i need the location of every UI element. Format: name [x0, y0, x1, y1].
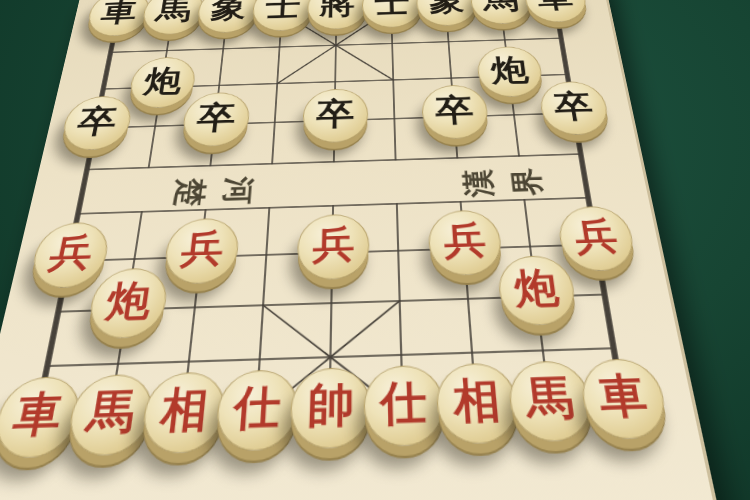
piece-character: 卒: [316, 98, 355, 130]
piece-character: 馬: [154, 0, 193, 24]
piece-character: 卒: [552, 90, 595, 122]
piece-character: 象: [209, 0, 247, 22]
piece-character: 馬: [482, 0, 520, 14]
piece-character: 卒: [435, 94, 475, 126]
piece-character: 象: [428, 0, 465, 15]
piece-character: 將: [320, 0, 355, 19]
xiangqi-board: 楚河 漢界 車馬象士將士象馬車炮炮卒卒卒卒卒兵兵兵兵兵炮炮車馬相仕帥仕相馬車: [0, 0, 718, 500]
piece-character: 車: [536, 0, 575, 12]
board-perspective-wrapper: 楚河 漢界 車馬象士將士象馬車炮炮卒卒卒卒卒兵兵兵兵兵炮炮車馬相仕帥仕相馬車: [18, 0, 659, 500]
piece-character: 炮: [142, 66, 184, 97]
piece-character: 炮: [489, 55, 530, 85]
piece-character: 仕: [233, 383, 283, 432]
piece-character: 車: [99, 0, 139, 26]
table-felt: 楚河 漢界 車馬象士將士象馬車炮炮卒卒卒卒卒兵兵兵兵兵炮炮車馬相仕帥仕相馬車: [0, 0, 750, 500]
piece-character: 士: [265, 0, 302, 20]
piece-red-chariot[interactable]: 車: [578, 358, 672, 441]
piece-character: 卒: [75, 105, 119, 138]
piece-character: 卒: [196, 101, 238, 133]
piece-character: 士: [374, 0, 410, 17]
